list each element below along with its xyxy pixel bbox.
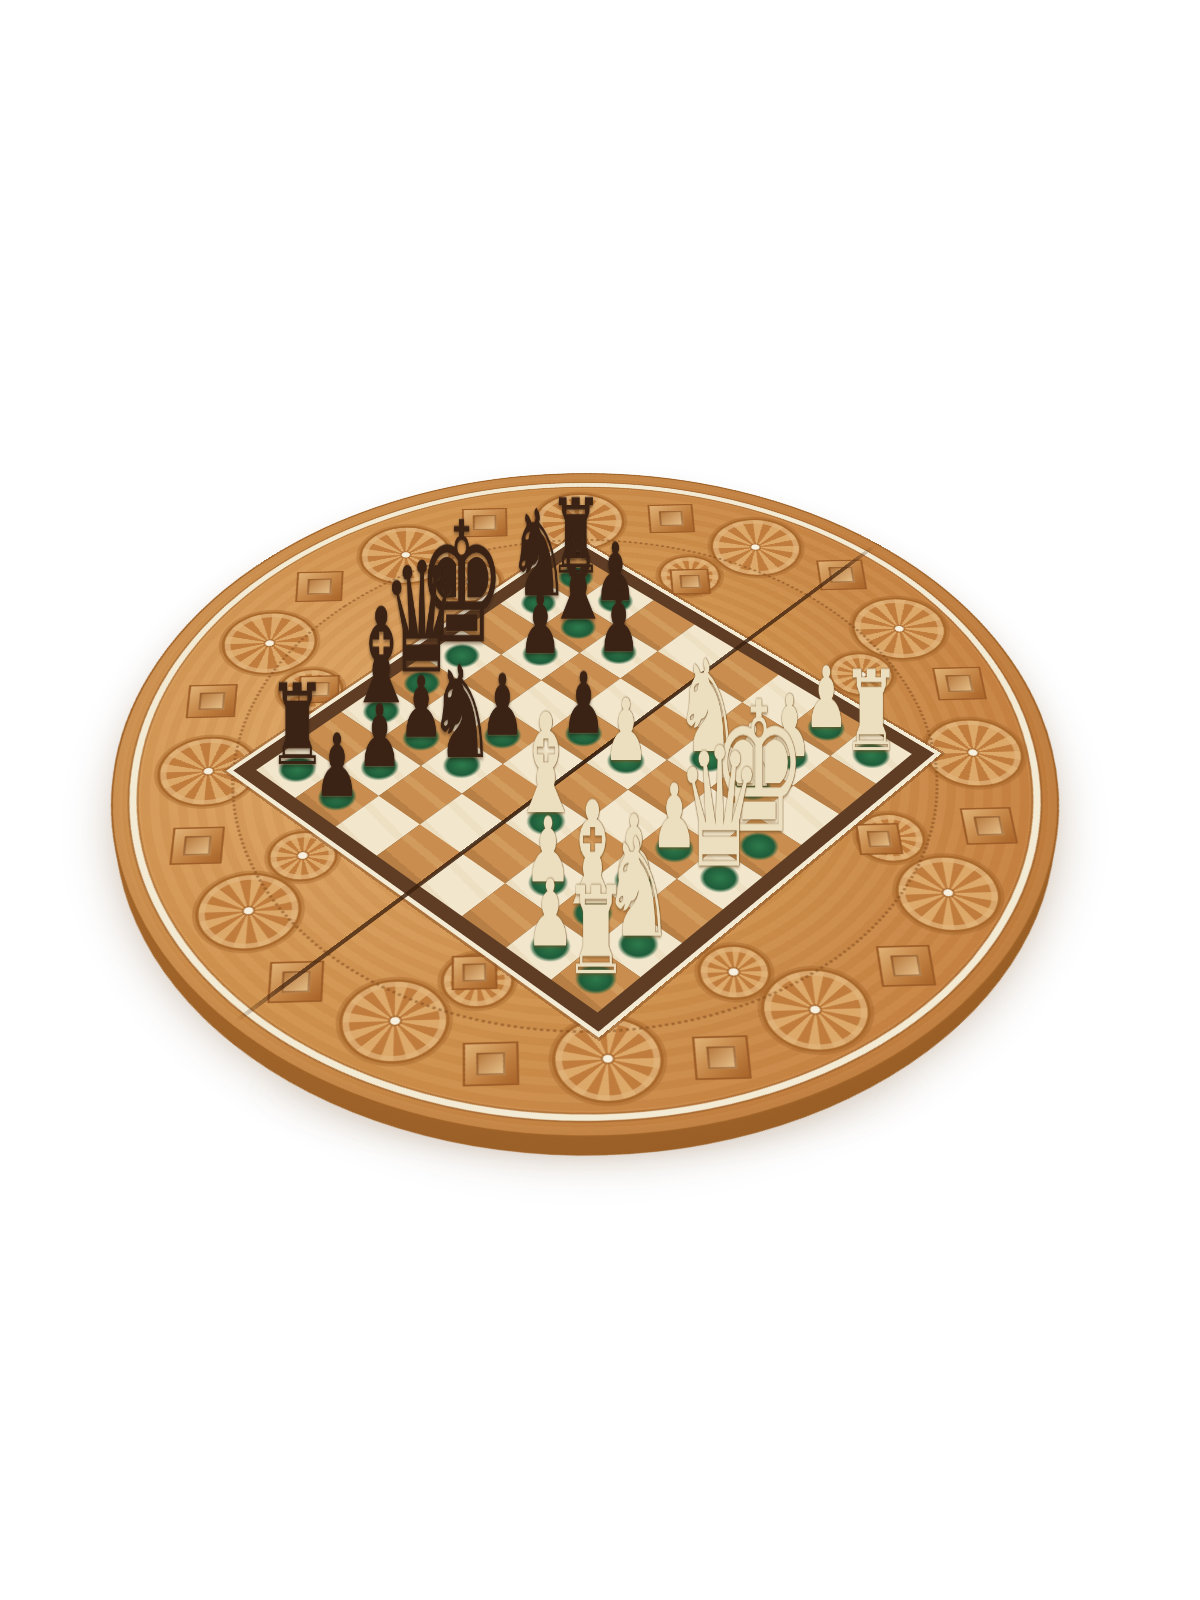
diamond-motif [186,684,238,718]
diamond-motif [647,504,695,533]
diamond-motif [816,559,867,590]
diamond-motif [669,568,710,594]
white-pawn-icon: ♟ [604,687,649,773]
white-rook-icon: ♜ [564,870,627,992]
diamond-motif [932,667,987,701]
photo-scene: ♜♞♚♛♝♜♟♝♟♟♟♟♟♟♞♟♟♝♞♟♟♟♟♟♟♝♟♜♚♛♞♜ [0,0,1200,1600]
board-face: ♜♞♚♛♝♜♟♝♟♟♟♟♟♟♞♟♟♝♞♟♟♟♟♟♟♝♟♜♚♛♞♜ [0,372,1200,1327]
diamond-motif [462,508,508,537]
black-pawn-icon: ♟ [519,583,562,665]
round-chess-board: ♜♞♚♛♝♜♟♝♟♟♟♟♟♟♞♟♟♝♞♟♟♟♟♟♟♝♟♜♚♛♞♜ [0,372,1200,1327]
black-pawn-icon: ♟ [597,581,640,663]
black-pawn-icon: ♟ [357,693,402,779]
black-knight-icon: ♞ [429,649,496,777]
white-queen-icon: ♛ [677,725,763,890]
diamond-motif [295,571,343,602]
black-pawn-icon: ♟ [314,722,359,809]
square-a1: ♜ [551,945,640,1012]
